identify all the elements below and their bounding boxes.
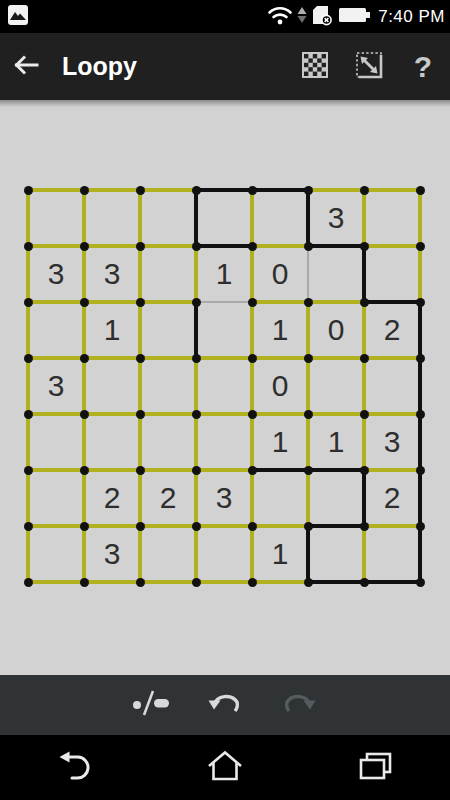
edge-h[interactable] (306, 524, 367, 529)
edge-h[interactable] (82, 188, 143, 193)
edge-h[interactable] (194, 412, 255, 417)
redo-arrow-icon (281, 689, 317, 721)
clue-cell: 2 (84, 470, 140, 526)
clue-cell: 2 (364, 470, 420, 526)
clue-cell: 1 (252, 414, 308, 470)
edge-v[interactable] (250, 188, 255, 249)
grid-dot (24, 186, 33, 195)
clue-cell: 0 (252, 246, 308, 302)
game-area: 33310110230113223231 (0, 100, 450, 675)
edge-h[interactable] (362, 244, 423, 249)
grid-dot (136, 410, 145, 419)
help-button[interactable]: ? (396, 33, 450, 100)
edge-v[interactable] (418, 524, 423, 585)
game-toolbar (0, 675, 450, 735)
edge-v[interactable] (82, 412, 87, 473)
clue-cell: 2 (364, 302, 420, 358)
navigation-bar (0, 735, 450, 800)
clue-cell: 0 (252, 358, 308, 414)
clue-cell: 2 (140, 470, 196, 526)
edge-v[interactable] (26, 412, 31, 473)
edge-v[interactable] (194, 356, 199, 417)
clue-cell: 3 (28, 358, 84, 414)
edge-v[interactable] (194, 524, 199, 585)
edge-h[interactable] (82, 412, 143, 417)
edge-h[interactable] (26, 468, 87, 473)
page-title: Loopy (62, 52, 288, 81)
grid-dot (416, 242, 425, 251)
edge-h[interactable] (250, 188, 311, 193)
grid-dot (416, 186, 425, 195)
edge-h[interactable] (138, 300, 199, 305)
back-button[interactable] (0, 33, 52, 100)
edge-h[interactable] (138, 188, 199, 193)
grid-dot (24, 578, 33, 587)
edge-v[interactable] (306, 468, 311, 529)
grid-dot (192, 578, 201, 587)
grid-dot (192, 186, 201, 195)
edge-h[interactable] (194, 580, 255, 585)
clue-cell: 3 (84, 526, 140, 582)
edge-v[interactable] (138, 412, 143, 473)
undo-arrow-icon (207, 689, 243, 721)
nav-back-button[interactable] (0, 735, 150, 800)
edge-h[interactable] (138, 244, 199, 249)
resize-button[interactable] (342, 33, 396, 100)
edge-h[interactable] (194, 356, 255, 361)
edge-h[interactable] (362, 188, 423, 193)
edge-v[interactable] (362, 244, 367, 305)
edge-v[interactable] (26, 468, 31, 529)
gallery-notification-icon (7, 4, 29, 30)
back-arrow-icon (12, 53, 40, 81)
edge-h[interactable] (26, 188, 87, 193)
edge-v[interactable] (194, 412, 199, 473)
nav-recents-button[interactable] (300, 735, 450, 800)
nav-home-button[interactable] (150, 735, 300, 800)
app-bar-shadow (0, 100, 450, 107)
grid-dot (24, 522, 33, 531)
edge-v[interactable] (362, 356, 367, 417)
clue-cell: 0 (308, 302, 364, 358)
edge-h[interactable] (306, 580, 367, 585)
help-question-label: ? (414, 50, 432, 84)
grid-dot (248, 186, 257, 195)
grid-dot (360, 578, 369, 587)
nav-recents-icon (355, 749, 395, 787)
loopy-board[interactable]: 33310110230113223231 (28, 190, 420, 582)
edge-h[interactable] (26, 524, 87, 529)
clue-cell: 3 (84, 246, 140, 302)
undo-button[interactable] (203, 683, 247, 727)
edge-v[interactable] (26, 300, 31, 361)
nav-back-icon (55, 749, 95, 787)
edge-v[interactable] (82, 188, 87, 249)
edge-v[interactable] (418, 356, 423, 417)
grid-dot (192, 410, 201, 419)
clue-cell: 3 (308, 190, 364, 246)
edge-v[interactable] (26, 188, 31, 249)
clue-cell: 1 (308, 414, 364, 470)
nav-home-icon (205, 749, 245, 787)
grid-dot (80, 186, 89, 195)
edge-v[interactable] (26, 524, 31, 585)
clue-cell: 3 (196, 470, 252, 526)
resize-diagonal-icon (354, 50, 384, 84)
checkerboard-icon (301, 51, 329, 83)
status-bar: 7:40 PM (0, 0, 450, 33)
edge-h[interactable] (194, 188, 255, 193)
grid-dot (416, 578, 425, 587)
sdcard-removed-icon (311, 4, 334, 30)
app-bar: Loopy (0, 33, 450, 100)
dot-slash-dash-icon (130, 688, 172, 722)
edge-h[interactable] (362, 580, 423, 585)
network-updown-icon (297, 4, 307, 30)
clue-cell: 1 (196, 246, 252, 302)
grid-dot (192, 354, 201, 363)
clue-cell: 1 (252, 302, 308, 358)
game-type-button[interactable] (288, 33, 342, 100)
edge-v[interactable] (138, 188, 143, 249)
clue-cell: 3 (364, 414, 420, 470)
clock: 7:40 PM (378, 7, 445, 27)
edge-v[interactable] (418, 244, 423, 305)
edge-h[interactable] (138, 356, 199, 361)
redo-button[interactable] (277, 683, 321, 727)
edge-h[interactable] (138, 580, 199, 585)
clue-cell: 3 (28, 246, 84, 302)
line-mode-button[interactable] (129, 683, 173, 727)
edge-h[interactable] (26, 580, 87, 585)
edge-v[interactable] (418, 188, 423, 249)
grid-dot (136, 186, 145, 195)
edge-v[interactable] (194, 300, 199, 361)
wifi-icon (267, 4, 293, 30)
edge-v[interactable] (362, 524, 367, 585)
clue-cell: 1 (84, 302, 140, 358)
edge-h[interactable] (138, 412, 199, 417)
edge-v[interactable] (194, 188, 199, 249)
grid-dot (24, 466, 33, 475)
battery-full-icon (338, 5, 371, 29)
edge-v[interactable] (138, 356, 143, 417)
clue-cell: 1 (252, 526, 308, 582)
